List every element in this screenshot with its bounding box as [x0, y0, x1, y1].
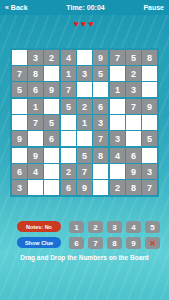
number-pad: 123456789✕	[69, 221, 160, 249]
sudoku-cell-r3c9[interactable]	[142, 82, 157, 97]
erase-tile[interactable]: ✕	[145, 237, 160, 249]
sudoku-cell-r9c2[interactable]	[28, 180, 43, 195]
sudoku-cell-r2c5[interactable]: 3	[77, 66, 92, 81]
top-bar: « Back Time: 00:04 Pause	[0, 0, 169, 15]
sudoku-cell-r3c6[interactable]	[93, 82, 108, 97]
sudoku-cell-r2c7[interactable]	[110, 66, 125, 81]
sudoku-cell-r4c3[interactable]	[44, 99, 59, 114]
sudoku-cell-r6c2[interactable]	[28, 131, 43, 146]
sudoku-cell-r9c7[interactable]: 2	[110, 180, 125, 195]
sudoku-cell-r9c4[interactable]: 6	[61, 180, 76, 195]
number-tile-8[interactable]: 8	[107, 237, 122, 249]
sudoku-box: 3278569	[12, 50, 59, 97]
number-tile-7[interactable]: 7	[88, 237, 103, 249]
sudoku-cell-r9c8[interactable]: 8	[126, 180, 141, 195]
sudoku-box: 582769	[61, 148, 108, 195]
pause-button[interactable]: Pause	[143, 4, 164, 11]
sudoku-box: 526137	[61, 99, 108, 146]
sudoku-cell-r4c9[interactable]: 9	[142, 99, 157, 114]
sudoku-cell-r7c6[interactable]: 8	[93, 148, 108, 163]
sudoku-cell-r7c9[interactable]	[142, 148, 157, 163]
sudoku-cell-r5c2[interactable]: 7	[28, 115, 43, 130]
number-tile-6[interactable]: 6	[69, 237, 84, 249]
sudoku-cell-r2c2[interactable]: 8	[28, 66, 43, 81]
sudoku-cell-r2c1[interactable]: 7	[12, 66, 27, 81]
heart-icon: ♥	[73, 19, 80, 29]
sudoku-cell-r1c8[interactable]: 5	[126, 50, 141, 65]
sudoku-cell-r9c9[interactable]: 7	[142, 180, 157, 195]
sudoku-cell-r8c8[interactable]: 9	[126, 164, 141, 179]
sudoku-cell-r2c8[interactable]: 2	[126, 66, 141, 81]
sudoku-cell-r9c1[interactable]: 3	[12, 180, 27, 195]
number-tile-9[interactable]: 9	[126, 237, 141, 249]
sudoku-cell-r8c6[interactable]	[93, 164, 108, 179]
sudoku-app: « Back Time: 00:04 Pause ♥♥♥ 32785694913…	[0, 0, 169, 300]
sudoku-cell-r5c7[interactable]	[110, 115, 125, 130]
controls-row: Notes: No Show Clue 123456789✕	[17, 221, 160, 249]
number-tile-4[interactable]: 4	[126, 221, 141, 233]
sudoku-cell-r8c2[interactable]: 4	[28, 164, 43, 179]
sudoku-cell-r1c3[interactable]: 2	[44, 50, 59, 65]
sudoku-cell-r8c5[interactable]: 7	[77, 164, 92, 179]
sudoku-cell-r4c5[interactable]: 2	[77, 99, 92, 114]
sudoku-cell-r4c8[interactable]: 7	[126, 99, 141, 114]
sudoku-cell-r2c6[interactable]: 5	[93, 66, 108, 81]
number-tile-5[interactable]: 5	[145, 221, 160, 233]
timer-label: Time: 00:04	[66, 4, 104, 11]
sudoku-cell-r7c1[interactable]	[12, 148, 27, 163]
sudoku-cell-r2c9[interactable]	[142, 66, 157, 81]
instruction-text: Drag and Drop the Numbers on the Board	[0, 254, 169, 261]
heart-icon: ♥	[88, 19, 95, 29]
sudoku-cell-r1c4[interactable]: 4	[61, 50, 76, 65]
number-tile-2[interactable]: 2	[88, 221, 103, 233]
sudoku-cell-r9c3[interactable]	[44, 180, 59, 195]
sudoku-cell-r9c6[interactable]	[93, 180, 108, 195]
number-tile-3[interactable]: 3	[107, 221, 122, 233]
sudoku-cell-r5c6[interactable]: 3	[93, 115, 108, 130]
back-button[interactable]: « Back	[5, 4, 28, 11]
sudoku-cell-r8c9[interactable]: 3	[142, 164, 157, 179]
sudoku-cell-r4c2[interactable]: 1	[28, 99, 43, 114]
show-clue-button[interactable]: Show Clue	[17, 237, 61, 248]
sudoku-cell-r1c7[interactable]: 7	[110, 50, 125, 65]
sudoku-cell-r7c2[interactable]: 9	[28, 148, 43, 163]
notes-toggle-button[interactable]: Notes: No	[17, 221, 61, 232]
sudoku-cell-r6c8[interactable]	[126, 131, 141, 146]
sudoku-cell-r8c4[interactable]: 2	[61, 164, 76, 179]
sudoku-cell-r1c6[interactable]: 9	[93, 50, 108, 65]
sudoku-cell-r9c5[interactable]: 9	[77, 180, 92, 195]
sudoku-cell-r2c3[interactable]	[44, 66, 59, 81]
sudoku-cell-r6c7[interactable]: 3	[110, 131, 125, 146]
sudoku-cell-r6c5[interactable]	[77, 131, 92, 146]
sudoku-cell-r3c3[interactable]: 9	[44, 82, 59, 97]
sudoku-box: 7935	[110, 99, 157, 146]
sudoku-cell-r8c1[interactable]: 6	[12, 164, 27, 179]
sudoku-cell-r1c2[interactable]: 3	[28, 50, 43, 65]
lives-hearts: ♥♥♥	[0, 19, 169, 29]
number-tile-1[interactable]: 1	[69, 221, 84, 233]
sudoku-cell-r7c5[interactable]: 5	[77, 148, 92, 163]
sudoku-cell-r6c4[interactable]	[61, 131, 76, 146]
sudoku-cell-r5c9[interactable]	[142, 115, 157, 130]
button-column: Notes: No Show Clue	[17, 221, 61, 248]
sudoku-box: 758213	[110, 50, 157, 97]
sudoku-box: 4693287	[110, 148, 157, 195]
sudoku-cell-r4c4[interactable]: 5	[61, 99, 76, 114]
sudoku-cell-r5c1[interactable]	[12, 115, 27, 130]
sudoku-box: 9643	[12, 148, 59, 195]
sudoku-cell-r8c7[interactable]	[110, 164, 125, 179]
sudoku-cell-r6c9[interactable]: 5	[142, 131, 157, 146]
sudoku-cell-r1c1[interactable]	[12, 50, 27, 65]
sudoku-cell-r3c8[interactable]: 3	[126, 82, 141, 97]
sudoku-box: 17596	[12, 99, 59, 146]
sudoku-cell-r5c3[interactable]: 5	[44, 115, 59, 130]
sudoku-cell-r7c4[interactable]	[61, 148, 76, 163]
sudoku-cell-r3c1[interactable]: 5	[12, 82, 27, 97]
sudoku-cell-r1c5[interactable]	[77, 50, 92, 65]
sudoku-cell-r3c2[interactable]: 6	[28, 82, 43, 97]
sudoku-cell-r5c4[interactable]	[61, 115, 76, 130]
sudoku-cell-r4c6[interactable]: 6	[93, 99, 108, 114]
sudoku-cell-r5c5[interactable]: 1	[77, 115, 92, 130]
sudoku-cell-r6c1[interactable]: 9	[12, 131, 27, 146]
sudoku-cell-r7c3[interactable]	[44, 148, 59, 163]
sudoku-cell-r3c5[interactable]	[77, 82, 92, 97]
sudoku-cell-r7c8[interactable]: 6	[126, 148, 141, 163]
sudoku-cell-r3c4[interactable]: 7	[61, 82, 76, 97]
sudoku-cell-r8c3[interactable]	[44, 164, 59, 179]
sudoku-box: 491357	[61, 50, 108, 97]
sudoku-cell-r2c4[interactable]: 1	[61, 66, 76, 81]
sudoku-cell-r1c9[interactable]: 8	[142, 50, 157, 65]
sudoku-cell-r5c8[interactable]	[126, 115, 141, 130]
sudoku-board: 3278569491357758213175965261377935964358…	[10, 48, 159, 197]
sudoku-cell-r3c7[interactable]: 1	[110, 82, 125, 97]
sudoku-cell-r6c3[interactable]: 6	[44, 131, 59, 146]
sudoku-cell-r4c7[interactable]	[110, 99, 125, 114]
sudoku-cell-r6c6[interactable]: 7	[93, 131, 108, 146]
sudoku-cell-r7c7[interactable]: 4	[110, 148, 125, 163]
sudoku-cell-r4c1[interactable]	[12, 99, 27, 114]
